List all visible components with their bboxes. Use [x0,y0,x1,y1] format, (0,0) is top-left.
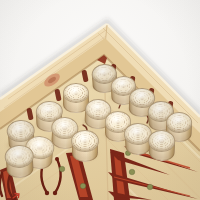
checker-13[interactable] [71,130,97,161]
checker-14[interactable] [148,130,174,160]
checkers-layer [0,0,200,200]
checker-3[interactable] [63,83,87,111]
checker-16[interactable] [3,145,32,179]
backgammon-photo-scene [0,0,200,200]
